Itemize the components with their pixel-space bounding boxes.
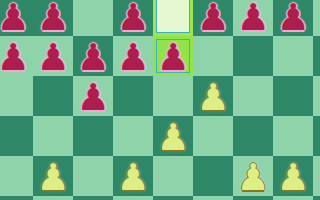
square-c5r5[interactable] [193, 196, 233, 200]
square-c3r3[interactable] [113, 116, 153, 156]
red-pawn[interactable]: ♟ [73, 77, 113, 117]
square-c3r5[interactable] [113, 196, 153, 200]
square-c4r2[interactable] [153, 76, 193, 116]
square-c8r5[interactable] [313, 196, 320, 200]
square-c2r4[interactable] [73, 156, 113, 196]
square-c1r3[interactable] [33, 116, 73, 156]
square-c3r0[interactable]: ♟ [113, 0, 153, 36]
red-pawn[interactable]: ♟ [113, 37, 153, 77]
square-c5r2[interactable]: ♟ [193, 76, 233, 116]
square-c8r0[interactable] [313, 0, 320, 36]
square-c0r1[interactable]: ♟ [0, 36, 33, 76]
square-c2r0[interactable] [73, 0, 113, 36]
square-c6r5[interactable] [233, 196, 273, 200]
red-pawn[interactable]: ♟ [273, 0, 313, 37]
square-c4r5[interactable] [153, 196, 193, 200]
square-c6r1[interactable] [233, 36, 273, 76]
square-c8r4[interactable] [313, 156, 320, 196]
square-c7r4[interactable]: ♟ [273, 156, 313, 196]
square-c5r0[interactable]: ♟ [193, 0, 233, 36]
square-c7r2[interactable] [273, 76, 313, 116]
square-c7r1[interactable] [273, 36, 313, 76]
yellow-pawn[interactable]: ♟ [273, 157, 313, 197]
square-c8r1[interactable] [313, 36, 320, 76]
square-c6r4[interactable]: ♟ [233, 156, 273, 196]
square-c3r4[interactable]: ♟ [113, 156, 153, 196]
square-c6r2[interactable] [233, 76, 273, 116]
square-c0r2[interactable] [0, 76, 33, 116]
yellow-pawn[interactable]: ♟ [33, 157, 73, 197]
square-c3r1[interactable]: ♟ [113, 36, 153, 76]
red-pawn[interactable]: ♟ [193, 0, 233, 37]
square-c2r2[interactable]: ♟ [73, 76, 113, 116]
square-c1r1[interactable]: ♟ [33, 36, 73, 76]
square-c4r4[interactable] [153, 156, 193, 196]
square-c2r5[interactable] [73, 196, 113, 200]
square-c0r4[interactable] [0, 156, 33, 196]
square-c7r3[interactable] [273, 116, 313, 156]
square-c3r2[interactable] [113, 76, 153, 116]
square-c5r3[interactable] [193, 116, 233, 156]
square-c0r3[interactable] [0, 116, 33, 156]
square-c8r2[interactable] [313, 76, 320, 116]
red-pawn[interactable]: ♟ [73, 37, 113, 77]
red-pawn[interactable]: ♟ [113, 0, 153, 37]
square-c0r5[interactable] [0, 196, 33, 200]
red-pawn[interactable]: ♟ [33, 37, 73, 77]
game-viewport: ♟♟♟♟♟♟♟♟♟♟♟♟♟♟♟♟♟♟ [0, 0, 320, 200]
square-c5r4[interactable] [193, 156, 233, 196]
yellow-pawn[interactable]: ♟ [233, 157, 273, 197]
square-c4r1[interactable]: ♟ [153, 36, 193, 76]
square-c6r0[interactable]: ♟ [233, 0, 273, 36]
red-pawn[interactable]: ♟ [0, 37, 33, 77]
red-pawn[interactable]: ♟ [233, 0, 273, 37]
square-c2r1[interactable]: ♟ [73, 36, 113, 76]
square-c6r3[interactable] [233, 116, 273, 156]
square-c5r1[interactable] [193, 36, 233, 76]
square-c4r3[interactable]: ♟ [153, 116, 193, 156]
yellow-pawn[interactable]: ♟ [113, 157, 153, 197]
red-pawn[interactable]: ♟ [33, 0, 73, 37]
square-c1r4[interactable]: ♟ [33, 156, 73, 196]
square-c8r3[interactable] [313, 116, 320, 156]
square-c1r2[interactable] [33, 76, 73, 116]
yellow-pawn[interactable]: ♟ [193, 77, 233, 117]
red-pawn[interactable]: ♟ [0, 0, 33, 37]
yellow-pawn[interactable]: ♟ [153, 117, 193, 157]
square-c7r5[interactable] [273, 196, 313, 200]
red-pawn[interactable]: ♟ [153, 37, 193, 77]
square-c4r0[interactable] [153, 0, 193, 36]
square-c1r5[interactable] [33, 196, 73, 200]
square-c1r0[interactable]: ♟ [33, 0, 73, 36]
square-c2r3[interactable] [73, 116, 113, 156]
square-c7r0[interactable]: ♟ [273, 0, 313, 36]
pawn-game-board: ♟♟♟♟♟♟♟♟♟♟♟♟♟♟♟♟♟♟ [0, 0, 320, 200]
square-c0r0[interactable]: ♟ [0, 0, 33, 36]
